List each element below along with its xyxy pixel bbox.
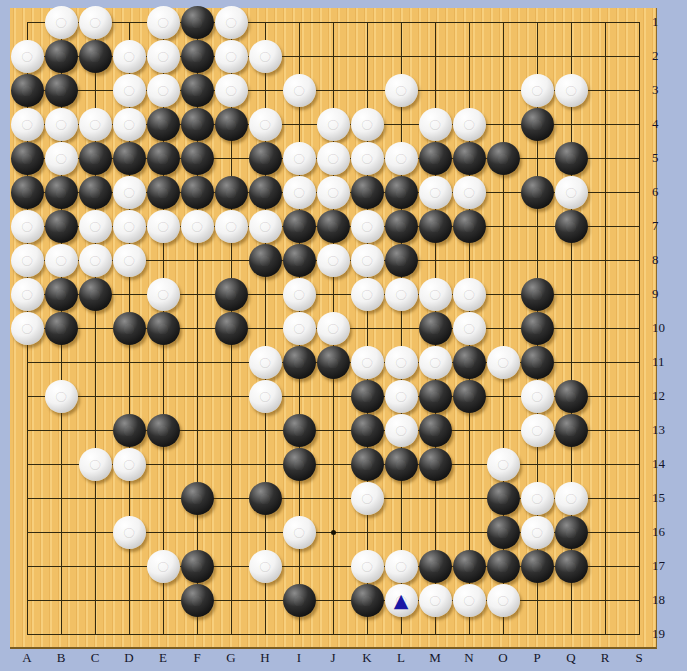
go-board[interactable]: ○○○●○○●●○○●○○●●○○●○○○○○○○○○●●●○○○○○●●○●●… [10, 8, 657, 649]
white-stone-K9: ○ [351, 278, 384, 311]
column-label-H: H [254, 650, 276, 666]
white-stone-G1: ○ [215, 6, 248, 39]
row-label-5: 5 [652, 150, 674, 166]
black-stone-P9: ● [521, 278, 554, 311]
white-stone-A7: ○ [11, 210, 44, 243]
black-stone-N5: ● [453, 142, 486, 175]
white-stone-H4: ○ [249, 108, 282, 141]
white-stone-H2: ○ [249, 40, 282, 73]
black-stone-C2: ● [79, 40, 112, 73]
white-stone-G2: ○ [215, 40, 248, 73]
white-stone-L13: ○ [385, 414, 418, 447]
grid-line [27, 600, 640, 601]
white-stone-A10: ○ [11, 312, 44, 345]
black-stone-J7: ● [317, 210, 350, 243]
white-stone-H12: ○ [249, 380, 282, 413]
black-stone-I8: ● [283, 244, 316, 277]
white-stone-M11: ○ [419, 346, 452, 379]
column-label-G: G [220, 650, 242, 666]
black-stone-O15: ● [487, 482, 520, 515]
white-stone-E3: ○ [147, 74, 180, 107]
black-stone-L14: ● [385, 448, 418, 481]
black-stone-O17: ● [487, 550, 520, 583]
black-stone-E6: ● [147, 176, 180, 209]
white-stone-E2: ○ [147, 40, 180, 73]
black-stone-N11: ● [453, 346, 486, 379]
white-stone-P13: ○ [521, 414, 554, 447]
white-stone-B12: ○ [45, 380, 78, 413]
white-stone-I16: ○ [283, 516, 316, 549]
black-stone-O5: ● [487, 142, 520, 175]
column-label-C: C [84, 650, 106, 666]
white-stone-N4: ○ [453, 108, 486, 141]
row-label-15: 15 [652, 490, 674, 506]
grid-line [605, 22, 606, 635]
row-label-1: 1 [652, 14, 674, 30]
black-stone-G6: ● [215, 176, 248, 209]
white-stone-G3: ○ [215, 74, 248, 107]
grid-line [401, 22, 402, 635]
row-label-7: 7 [652, 218, 674, 234]
go-app-window: ○○○●○○●●○○●○○●●○○●○○○○○○○○○●●●○○○○○●●○●●… [0, 0, 687, 671]
black-stone-O16: ● [487, 516, 520, 549]
black-stone-L6: ● [385, 176, 418, 209]
black-stone-M13: ● [419, 414, 452, 447]
column-label-I: I [288, 650, 310, 666]
black-stone-K6: ● [351, 176, 384, 209]
white-stone-I6: ○ [283, 176, 316, 209]
black-stone-K18: ● [351, 584, 384, 617]
black-stone-Q13: ● [555, 414, 588, 447]
white-stone-C1: ○ [79, 6, 112, 39]
white-stone-P12: ○ [521, 380, 554, 413]
black-stone-F17: ● [181, 550, 214, 583]
white-stone-J8: ○ [317, 244, 350, 277]
white-stone-C14: ○ [79, 448, 112, 481]
white-stone-C8: ○ [79, 244, 112, 277]
white-stone-E1: ○ [147, 6, 180, 39]
white-stone-M18: ○ [419, 584, 452, 617]
white-stone-L9: ○ [385, 278, 418, 311]
white-stone-D2: ○ [113, 40, 146, 73]
white-stone-N10: ○ [453, 312, 486, 345]
column-label-D: D [118, 650, 140, 666]
white-stone-B4: ○ [45, 108, 78, 141]
row-label-16: 16 [652, 524, 674, 540]
black-stone-P4: ● [521, 108, 554, 141]
white-stone-B5: ○ [45, 142, 78, 175]
row-label-12: 12 [652, 388, 674, 404]
row-label-17: 17 [652, 558, 674, 574]
column-label-E: E [152, 650, 174, 666]
black-stone-Q17: ● [555, 550, 588, 583]
white-stone-O18: ○ [487, 584, 520, 617]
black-stone-M17: ● [419, 550, 452, 583]
column-label-K: K [356, 650, 378, 666]
black-stone-M7: ● [419, 210, 452, 243]
white-stone-A8: ○ [11, 244, 44, 277]
white-stone-M9: ○ [419, 278, 452, 311]
black-stone-M10: ● [419, 312, 452, 345]
black-stone-Q12: ● [555, 380, 588, 413]
black-stone-K14: ● [351, 448, 384, 481]
white-stone-L3: ○ [385, 74, 418, 107]
column-label-L: L [390, 650, 412, 666]
white-stone-D14: ○ [113, 448, 146, 481]
white-stone-J6: ○ [317, 176, 350, 209]
column-label-F: F [186, 650, 208, 666]
black-stone-B9: ● [45, 278, 78, 311]
row-label-10: 10 [652, 320, 674, 336]
black-stone-F18: ● [181, 584, 214, 617]
black-stone-E5: ● [147, 142, 180, 175]
white-stone-O11: ○ [487, 346, 520, 379]
black-stone-Q5: ● [555, 142, 588, 175]
white-stone-D6: ○ [113, 176, 146, 209]
row-label-8: 8 [652, 252, 674, 268]
row-label-9: 9 [652, 286, 674, 302]
column-label-P: P [526, 650, 548, 666]
white-stone-A2: ○ [11, 40, 44, 73]
white-stone-L17: ○ [385, 550, 418, 583]
white-stone-A9: ○ [11, 278, 44, 311]
white-stone-D4: ○ [113, 108, 146, 141]
row-label-3: 3 [652, 82, 674, 98]
row-label-2: 2 [652, 48, 674, 64]
white-stone-K5: ○ [351, 142, 384, 175]
column-label-J: J [322, 650, 344, 666]
black-stone-Q7: ● [555, 210, 588, 243]
white-stone-K7: ○ [351, 210, 384, 243]
white-stone-H17: ○ [249, 550, 282, 583]
row-label-6: 6 [652, 184, 674, 200]
white-stone-G7: ○ [215, 210, 248, 243]
white-stone-P15: ○ [521, 482, 554, 515]
row-label-18: 18 [652, 592, 674, 608]
black-stone-F2: ● [181, 40, 214, 73]
black-stone-P6: ● [521, 176, 554, 209]
white-stone-J4: ○ [317, 108, 350, 141]
black-stone-H6: ● [249, 176, 282, 209]
black-stone-F5: ● [181, 142, 214, 175]
black-stone-G4: ● [215, 108, 248, 141]
black-stone-B6: ● [45, 176, 78, 209]
black-stone-F3: ● [181, 74, 214, 107]
black-stone-P17: ● [521, 550, 554, 583]
black-stone-G9: ● [215, 278, 248, 311]
black-stone-C9: ● [79, 278, 112, 311]
white-stone-Q6: ○ [555, 176, 588, 209]
white-stone-M4: ○ [419, 108, 452, 141]
black-stone-C6: ● [79, 176, 112, 209]
column-label-N: N [458, 650, 480, 666]
black-stone-N12: ● [453, 380, 486, 413]
black-stone-P10: ● [521, 312, 554, 345]
white-stone-D3: ○ [113, 74, 146, 107]
column-label-R: R [594, 650, 616, 666]
white-stone-F7: ○ [181, 210, 214, 243]
white-stone-I9: ○ [283, 278, 316, 311]
row-label-11: 11 [652, 354, 674, 370]
black-stone-F15: ● [181, 482, 214, 515]
white-stone-D8: ○ [113, 244, 146, 277]
black-stone-B3: ● [45, 74, 78, 107]
white-stone-N18: ○ [453, 584, 486, 617]
black-stone-D13: ● [113, 414, 146, 447]
black-stone-J11: ● [317, 346, 350, 379]
white-stone-D16: ○ [113, 516, 146, 549]
black-stone-B2: ● [45, 40, 78, 73]
white-stone-I5: ○ [283, 142, 316, 175]
white-stone-B8: ○ [45, 244, 78, 277]
black-stone-C5: ● [79, 142, 112, 175]
white-stone-C4: ○ [79, 108, 112, 141]
black-stone-M5: ● [419, 142, 452, 175]
white-stone-Q3: ○ [555, 74, 588, 107]
column-label-M: M [424, 650, 446, 666]
white-stone-D7: ○ [113, 210, 146, 243]
black-stone-Q16: ● [555, 516, 588, 549]
white-stone-E9: ○ [147, 278, 180, 311]
black-stone-K12: ● [351, 380, 384, 413]
black-stone-F6: ● [181, 176, 214, 209]
white-stone-J5: ○ [317, 142, 350, 175]
white-stone-I3: ○ [283, 74, 316, 107]
white-stone-I10: ○ [283, 312, 316, 345]
white-stone-E7: ○ [147, 210, 180, 243]
white-stone-Q15: ○ [555, 482, 588, 515]
black-stone-N17: ● [453, 550, 486, 583]
black-stone-A5: ● [11, 142, 44, 175]
white-stone-K4: ○ [351, 108, 384, 141]
black-stone-K13: ● [351, 414, 384, 447]
column-label-A: A [16, 650, 38, 666]
row-label-13: 13 [652, 422, 674, 438]
black-stone-F4: ● [181, 108, 214, 141]
black-stone-E4: ● [147, 108, 180, 141]
black-stone-I14: ● [283, 448, 316, 481]
white-stone-H7: ○ [249, 210, 282, 243]
row-label-14: 14 [652, 456, 674, 472]
black-stone-M12: ● [419, 380, 452, 413]
row-label-19: 19 [652, 626, 674, 642]
white-stone-K15: ○ [351, 482, 384, 515]
black-stone-H8: ● [249, 244, 282, 277]
white-stone-P16: ○ [521, 516, 554, 549]
white-stone-L5: ○ [385, 142, 418, 175]
column-label-Q: Q [560, 650, 582, 666]
white-stone-N6: ○ [453, 176, 486, 209]
black-stone-P11: ● [521, 346, 554, 379]
white-stone-L12: ○ [385, 380, 418, 413]
grid-line [27, 634, 640, 635]
black-stone-H15: ● [249, 482, 282, 515]
white-stone-H11: ○ [249, 346, 282, 379]
black-stone-E10: ● [147, 312, 180, 345]
column-label-S: S [628, 650, 650, 666]
black-stone-B7: ● [45, 210, 78, 243]
white-stone-P3: ○ [521, 74, 554, 107]
white-stone-C7: ○ [79, 210, 112, 243]
black-stone-B10: ● [45, 312, 78, 345]
black-stone-A6: ● [11, 176, 44, 209]
white-stone-K8: ○ [351, 244, 384, 277]
black-stone-M14: ● [419, 448, 452, 481]
black-stone-I18: ● [283, 584, 316, 617]
white-stone-M6: ○ [419, 176, 452, 209]
black-stone-D10: ● [113, 312, 146, 345]
column-label-O: O [492, 650, 514, 666]
white-stone-L18: ○ [385, 584, 418, 617]
white-stone-E17: ○ [147, 550, 180, 583]
black-stone-H5: ● [249, 142, 282, 175]
white-stone-J10: ○ [317, 312, 350, 345]
black-stone-F1: ● [181, 6, 214, 39]
star-point [331, 530, 336, 535]
black-stone-D5: ● [113, 142, 146, 175]
black-stone-L7: ● [385, 210, 418, 243]
row-label-4: 4 [652, 116, 674, 132]
black-stone-A3: ● [11, 74, 44, 107]
column-label-B: B [50, 650, 72, 666]
black-stone-G10: ● [215, 312, 248, 345]
black-stone-E13: ● [147, 414, 180, 447]
grid-line [639, 22, 640, 635]
white-stone-O14: ○ [487, 448, 520, 481]
white-stone-K17: ○ [351, 550, 384, 583]
black-stone-L8: ● [385, 244, 418, 277]
white-stone-N9: ○ [453, 278, 486, 311]
white-stone-L11: ○ [385, 346, 418, 379]
white-stone-B1: ○ [45, 6, 78, 39]
white-stone-A4: ○ [11, 108, 44, 141]
black-stone-I13: ● [283, 414, 316, 447]
black-stone-I11: ● [283, 346, 316, 379]
white-stone-K11: ○ [351, 346, 384, 379]
black-stone-I7: ● [283, 210, 316, 243]
black-stone-N7: ● [453, 210, 486, 243]
